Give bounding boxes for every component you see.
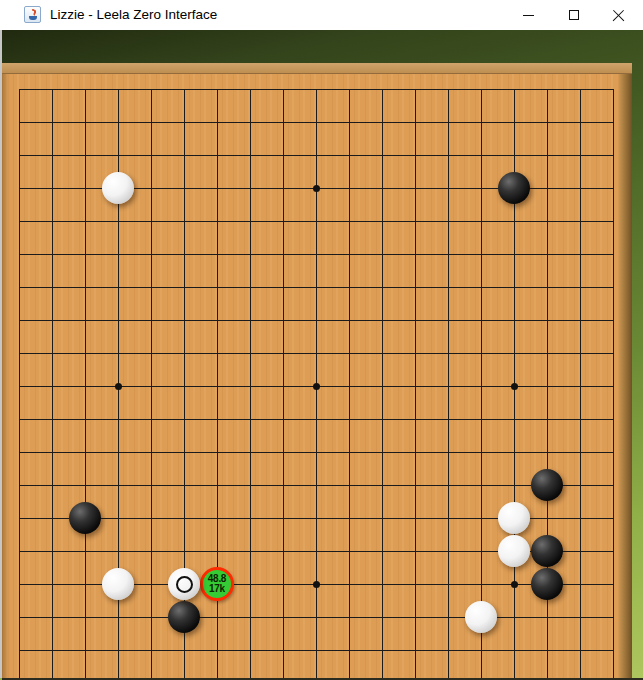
white-stone	[465, 601, 497, 633]
minimize-icon	[523, 15, 534, 16]
star-point	[115, 383, 122, 390]
black-stone	[168, 601, 200, 633]
suggestion-circle[interactable]: 48.8 17k	[200, 567, 234, 601]
goban: 48.8 17k	[2, 63, 632, 680]
black-stone	[531, 568, 563, 600]
star-point	[313, 185, 320, 192]
window-border-left	[0, 30, 2, 678]
title-bar: Lizzie - Leela Zero Interface	[0, 0, 643, 30]
app-window: Lizzie - Leela Zero Interface 48.8 17k	[0, 0, 643, 680]
window-title: Lizzie - Leela Zero Interface	[50, 0, 217, 30]
star-point	[511, 581, 518, 588]
star-point	[313, 581, 320, 588]
white-stone	[498, 502, 530, 534]
white-stone	[498, 535, 530, 567]
maximize-button[interactable]	[551, 0, 596, 30]
suggestion-visits: 17k	[209, 584, 225, 594]
star-point	[511, 383, 518, 390]
close-button[interactable]	[596, 0, 641, 30]
coffee-cup-icon	[29, 16, 37, 20]
board-edge-right	[619, 63, 632, 680]
board-edge-left	[2, 63, 10, 680]
white-stone	[102, 172, 134, 204]
maximize-icon	[569, 10, 579, 20]
app-background: 48.8 17k	[0, 30, 643, 680]
black-stone	[69, 502, 101, 534]
black-stone	[531, 469, 563, 501]
black-stone	[498, 172, 530, 204]
minimize-button[interactable]	[506, 0, 551, 30]
window-controls	[506, 0, 641, 30]
white-stone	[168, 568, 200, 600]
board-grid[interactable]: 48.8 17k	[19, 89, 614, 680]
white-stone	[102, 568, 134, 600]
last-move-marker	[176, 576, 193, 593]
board-edge-top	[2, 63, 632, 74]
star-point	[313, 383, 320, 390]
black-stone	[531, 535, 563, 567]
java-app-icon	[24, 6, 41, 23]
close-icon	[611, 8, 626, 23]
